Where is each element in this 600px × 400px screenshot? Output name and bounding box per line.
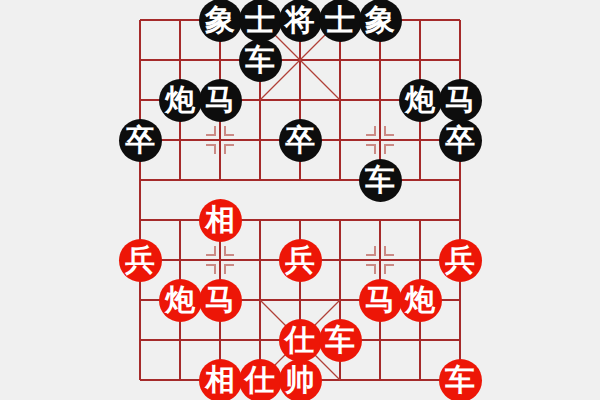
board-point: 士: [320, 0, 360, 40]
piece-black-chariot[interactable]: 车: [239, 39, 282, 82]
board-point: 兵: [120, 240, 160, 280]
piece-black-horse[interactable]: 马: [439, 79, 482, 122]
piece-black-chariot[interactable]: 车: [359, 159, 402, 202]
piece-black-advisor[interactable]: 士: [319, 0, 362, 42]
board-point: 象: [200, 0, 240, 40]
board-point: 帅: [280, 360, 320, 400]
piece-black-elephant[interactable]: 象: [199, 0, 242, 42]
board-point: 车: [440, 360, 480, 400]
piece-black-soldier[interactable]: 卒: [439, 119, 482, 162]
piece-red-soldier[interactable]: 兵: [279, 239, 322, 282]
piece-red-elephant[interactable]: 相: [199, 359, 242, 400]
piece-red-cannon[interactable]: 炮: [399, 279, 442, 322]
piece-red-advisor[interactable]: 仕: [279, 319, 322, 362]
piece-red-cannon[interactable]: 炮: [159, 279, 202, 322]
piece-red-horse[interactable]: 马: [199, 279, 242, 322]
board-point: 相: [200, 360, 240, 400]
piece-black-horse[interactable]: 马: [199, 79, 242, 122]
piece-black-cannon[interactable]: 炮: [399, 79, 442, 122]
board-point: 炮: [160, 80, 200, 120]
piece-red-advisor[interactable]: 仕: [239, 359, 282, 400]
board-point: 兵: [280, 240, 320, 280]
board-point: 仕: [280, 320, 320, 360]
board-point: 炮: [400, 280, 440, 320]
piece-red-soldier[interactable]: 兵: [439, 239, 482, 282]
piece-red-chariot[interactable]: 车: [319, 319, 362, 362]
board-point: 将: [280, 0, 320, 40]
board-point: 车: [240, 40, 280, 80]
piece-red-general[interactable]: 帅: [279, 359, 322, 400]
piece-black-soldier[interactable]: 卒: [279, 119, 322, 162]
board-point: 马: [200, 280, 240, 320]
board-point: 卒: [280, 120, 320, 160]
piece-red-chariot[interactable]: 车: [439, 359, 482, 400]
piece-black-cannon[interactable]: 炮: [159, 79, 202, 122]
board-point: 炮: [400, 80, 440, 120]
piece-red-elephant[interactable]: 相: [199, 199, 242, 242]
piece-black-elephant[interactable]: 象: [359, 0, 402, 42]
board-point: 卒: [440, 120, 480, 160]
board-point: 马: [440, 80, 480, 120]
board-point: 卒: [120, 120, 160, 160]
board-point: 马: [200, 80, 240, 120]
xiangqi-board-screenshot: 象士将士象车炮马炮马卒卒卒车相兵兵兵炮马马炮仕车相仕帅车: [0, 0, 600, 400]
board-point: 仕: [240, 360, 280, 400]
board-point: 车: [360, 160, 400, 200]
piece-black-soldier[interactable]: 卒: [119, 119, 162, 162]
piece-black-general[interactable]: 将: [279, 0, 322, 42]
board-point: 兵: [440, 240, 480, 280]
board-point: 相: [200, 200, 240, 240]
board-point: 士: [240, 0, 280, 40]
board-point: 炮: [160, 280, 200, 320]
board-point: 象: [360, 0, 400, 40]
board-point: 马: [360, 280, 400, 320]
board-point: 车: [320, 320, 360, 360]
piece-red-soldier[interactable]: 兵: [119, 239, 162, 282]
piece-black-advisor[interactable]: 士: [239, 0, 282, 42]
piece-red-horse[interactable]: 马: [359, 279, 402, 322]
board-grid: 象士将士象车炮马炮马卒卒卒车相兵兵兵炮马马炮仕车相仕帅车: [120, 0, 480, 400]
